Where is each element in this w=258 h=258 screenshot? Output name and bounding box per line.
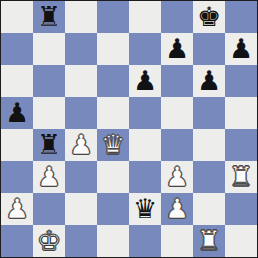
square-a2[interactable]: ♟	[1, 193, 33, 225]
square-a6[interactable]	[1, 65, 33, 97]
square-h2[interactable]	[225, 193, 257, 225]
white-queen-piece: ♛	[101, 129, 125, 161]
square-f3[interactable]: ♟	[161, 161, 193, 193]
square-f2[interactable]: ♟	[161, 193, 193, 225]
white-king-piece: ♚	[37, 225, 61, 257]
square-f6[interactable]	[161, 65, 193, 97]
square-b3[interactable]: ♟	[33, 161, 65, 193]
black-pawn-piece: ♟	[229, 33, 253, 65]
square-e1[interactable]	[129, 225, 161, 257]
square-d4[interactable]: ♛	[97, 129, 129, 161]
black-king-piece: ♚	[197, 1, 221, 33]
square-a7[interactable]	[1, 33, 33, 65]
square-a5[interactable]: ♟	[1, 97, 33, 129]
chess-board: ♜♚♟♟♟♟♟♜♟♛♟♟♜♟♛♟♚♜	[0, 0, 258, 258]
square-e3[interactable]	[129, 161, 161, 193]
square-h6[interactable]	[225, 65, 257, 97]
square-c6[interactable]	[65, 65, 97, 97]
square-h3[interactable]: ♜	[225, 161, 257, 193]
square-f4[interactable]	[161, 129, 193, 161]
square-c8[interactable]	[65, 1, 97, 33]
square-e8[interactable]	[129, 1, 161, 33]
square-h1[interactable]	[225, 225, 257, 257]
square-b4[interactable]: ♜	[33, 129, 65, 161]
square-e2[interactable]: ♛	[129, 193, 161, 225]
square-g6[interactable]: ♟	[193, 65, 225, 97]
square-a4[interactable]	[1, 129, 33, 161]
square-f8[interactable]	[161, 1, 193, 33]
square-h5[interactable]	[225, 97, 257, 129]
square-h7[interactable]: ♟	[225, 33, 257, 65]
square-g1[interactable]: ♜	[193, 225, 225, 257]
black-pawn-piece: ♟	[165, 33, 189, 65]
white-rook-piece: ♜	[197, 225, 221, 257]
square-e6[interactable]: ♟	[129, 65, 161, 97]
square-c3[interactable]	[65, 161, 97, 193]
square-f5[interactable]	[161, 97, 193, 129]
white-pawn-piece: ♟	[165, 161, 189, 193]
square-d6[interactable]	[97, 65, 129, 97]
square-a8[interactable]	[1, 1, 33, 33]
square-g2[interactable]	[193, 193, 225, 225]
square-b2[interactable]	[33, 193, 65, 225]
black-pawn-piece: ♟	[197, 65, 221, 97]
black-rook-piece: ♜	[37, 1, 61, 33]
white-pawn-piece: ♟	[69, 129, 93, 161]
square-g7[interactable]	[193, 33, 225, 65]
square-d1[interactable]	[97, 225, 129, 257]
square-e5[interactable]	[129, 97, 161, 129]
square-g8[interactable]: ♚	[193, 1, 225, 33]
white-pawn-piece: ♟	[5, 193, 29, 225]
square-d7[interactable]	[97, 33, 129, 65]
square-e7[interactable]	[129, 33, 161, 65]
black-pawn-piece: ♟	[5, 97, 29, 129]
square-b5[interactable]	[33, 97, 65, 129]
black-rook-piece: ♜	[37, 129, 61, 161]
square-b6[interactable]	[33, 65, 65, 97]
square-b7[interactable]	[33, 33, 65, 65]
square-d5[interactable]	[97, 97, 129, 129]
white-pawn-piece: ♟	[37, 161, 61, 193]
square-h8[interactable]	[225, 1, 257, 33]
square-a3[interactable]	[1, 161, 33, 193]
square-f1[interactable]	[161, 225, 193, 257]
square-e4[interactable]	[129, 129, 161, 161]
black-pawn-piece: ♟	[133, 65, 157, 97]
square-g4[interactable]	[193, 129, 225, 161]
black-queen-piece: ♛	[133, 193, 157, 225]
square-f7[interactable]: ♟	[161, 33, 193, 65]
square-c5[interactable]	[65, 97, 97, 129]
square-d8[interactable]	[97, 1, 129, 33]
white-pawn-piece: ♟	[165, 193, 189, 225]
square-d2[interactable]	[97, 193, 129, 225]
square-g3[interactable]	[193, 161, 225, 193]
square-c4[interactable]: ♟	[65, 129, 97, 161]
square-h4[interactable]	[225, 129, 257, 161]
square-c2[interactable]	[65, 193, 97, 225]
white-rook-piece: ♜	[229, 161, 253, 193]
square-b8[interactable]: ♜	[33, 1, 65, 33]
square-c7[interactable]	[65, 33, 97, 65]
square-d3[interactable]	[97, 161, 129, 193]
square-a1[interactable]	[1, 225, 33, 257]
square-g5[interactable]	[193, 97, 225, 129]
square-c1[interactable]	[65, 225, 97, 257]
square-b1[interactable]: ♚	[33, 225, 65, 257]
